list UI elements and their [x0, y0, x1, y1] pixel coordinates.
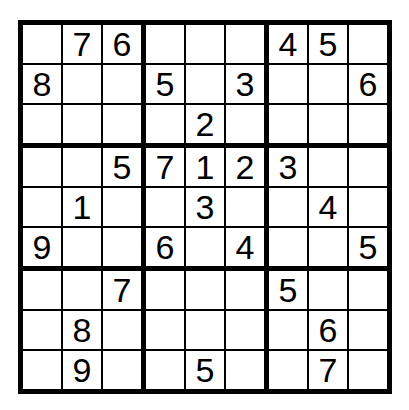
cell-r4c5: 1: [186, 148, 226, 188]
cell-r3c7[interactable]: [269, 105, 309, 148]
cell-r2c9: 6: [349, 65, 387, 105]
cell-r7c9[interactable]: [349, 271, 387, 311]
cell-r7c1[interactable]: [23, 271, 63, 311]
cell-r1c7: 4: [269, 25, 309, 65]
cell-r8c7[interactable]: [269, 311, 309, 351]
cell-r8c3[interactable]: [103, 311, 146, 351]
cell-r1c9[interactable]: [349, 25, 387, 65]
page: { "game": "sudoku", "position": ".76...4…: [0, 0, 409, 410]
cell-r3c2[interactable]: [63, 105, 103, 148]
cell-r4c6: 2: [226, 148, 269, 188]
cell-r6c4: 6: [146, 228, 186, 271]
cell-r5c1[interactable]: [23, 188, 63, 228]
cell-r5c4[interactable]: [146, 188, 186, 228]
cell-r5c6[interactable]: [226, 188, 269, 228]
cell-r9c9[interactable]: [349, 351, 387, 389]
cell-r1c8: 5: [309, 25, 349, 65]
cell-r7c4[interactable]: [146, 271, 186, 311]
cell-r5c9[interactable]: [349, 188, 387, 228]
cell-r9c3[interactable]: [103, 351, 146, 389]
cell-r8c2: 8: [63, 311, 103, 351]
cell-r9c7[interactable]: [269, 351, 309, 389]
cell-r6c7[interactable]: [269, 228, 309, 271]
cell-r3c6[interactable]: [226, 105, 269, 148]
cell-r1c4[interactable]: [146, 25, 186, 65]
cell-r7c5[interactable]: [186, 271, 226, 311]
cell-r3c1[interactable]: [23, 105, 63, 148]
cell-r3c5: 2: [186, 105, 226, 148]
cell-r3c4[interactable]: [146, 105, 186, 148]
cell-r1c2: 7: [63, 25, 103, 65]
cell-r1c1[interactable]: [23, 25, 63, 65]
cell-r9c8: 7: [309, 351, 349, 389]
cell-r6c6: 4: [226, 228, 269, 271]
cell-r7c6[interactable]: [226, 271, 269, 311]
cell-r2c6: 3: [226, 65, 269, 105]
cell-r5c3[interactable]: [103, 188, 146, 228]
cell-r8c4[interactable]: [146, 311, 186, 351]
cell-r6c1: 9: [23, 228, 63, 271]
cell-r4c4: 7: [146, 148, 186, 188]
cell-r1c3: 6: [103, 25, 146, 65]
cell-r5c5: 3: [186, 188, 226, 228]
cell-r3c9[interactable]: [349, 105, 387, 148]
cell-r6c8[interactable]: [309, 228, 349, 271]
cell-r1c6[interactable]: [226, 25, 269, 65]
cell-r4c9[interactable]: [349, 148, 387, 188]
cell-r9c2: 9: [63, 351, 103, 389]
cell-r6c5[interactable]: [186, 228, 226, 271]
cell-r7c2[interactable]: [63, 271, 103, 311]
cell-r4c1[interactable]: [23, 148, 63, 188]
cell-r2c7[interactable]: [269, 65, 309, 105]
cell-r2c8[interactable]: [309, 65, 349, 105]
cell-r3c3[interactable]: [103, 105, 146, 148]
cell-r4c2[interactable]: [63, 148, 103, 188]
cell-r6c2[interactable]: [63, 228, 103, 271]
cell-r8c9[interactable]: [349, 311, 387, 351]
cell-r2c2[interactable]: [63, 65, 103, 105]
cell-r8c1[interactable]: [23, 311, 63, 351]
cell-r8c5[interactable]: [186, 311, 226, 351]
cell-r4c8[interactable]: [309, 148, 349, 188]
cell-r3c8[interactable]: [309, 105, 349, 148]
cell-r4c3: 5: [103, 148, 146, 188]
cell-r8c6[interactable]: [226, 311, 269, 351]
cell-r6c3[interactable]: [103, 228, 146, 271]
sudoku-board: 7645853625712313496457586957: [18, 20, 392, 394]
cell-r8c8: 6: [309, 311, 349, 351]
cell-r2c1: 8: [23, 65, 63, 105]
cell-r7c3: 7: [103, 271, 146, 311]
cell-r9c1[interactable]: [23, 351, 63, 389]
cell-r2c3[interactable]: [103, 65, 146, 105]
cell-r7c7: 5: [269, 271, 309, 311]
cell-r1c5[interactable]: [186, 25, 226, 65]
cell-r5c2: 1: [63, 188, 103, 228]
cell-r2c5[interactable]: [186, 65, 226, 105]
cell-r5c8: 4: [309, 188, 349, 228]
cell-r6c9: 5: [349, 228, 387, 271]
cell-r9c4[interactable]: [146, 351, 186, 389]
cell-r9c6[interactable]: [226, 351, 269, 389]
cell-r9c5: 5: [186, 351, 226, 389]
cell-r5c7[interactable]: [269, 188, 309, 228]
cell-r2c4: 5: [146, 65, 186, 105]
cell-r4c7: 3: [269, 148, 309, 188]
cell-r7c8[interactable]: [309, 271, 349, 311]
